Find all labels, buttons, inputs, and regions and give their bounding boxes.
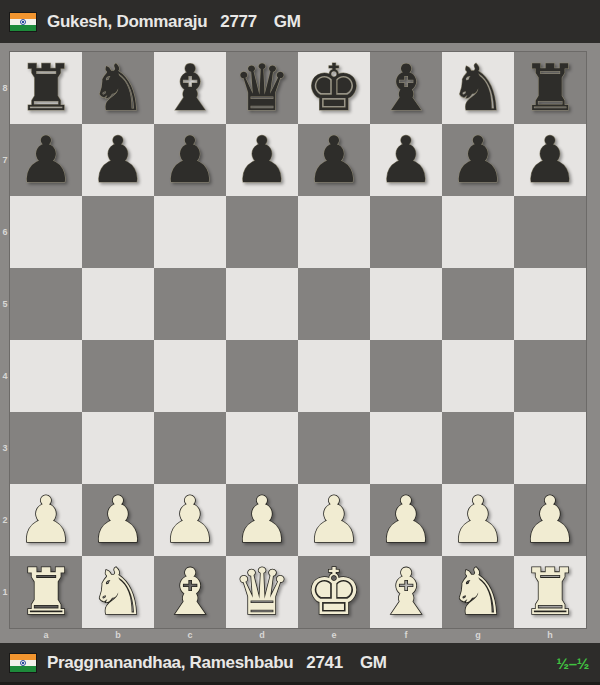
square-g8[interactable]: ♞ bbox=[442, 52, 514, 124]
square-h5[interactable] bbox=[514, 268, 586, 340]
square-c4[interactable] bbox=[154, 340, 226, 412]
square-h2[interactable]: ♟ bbox=[514, 484, 586, 556]
square-h8[interactable]: ♜ bbox=[514, 52, 586, 124]
white-pawn[interactable]: ♟ bbox=[161, 484, 218, 556]
square-e4[interactable] bbox=[298, 340, 370, 412]
chess-board: ♜♞♝♛♚♝♞♜♟♟♟♟♟♟♟♟♟♟♟♟♟♟♟♟♜♞♝♛♚♝♞♜ bbox=[10, 52, 586, 628]
chakra-icon bbox=[20, 660, 26, 666]
chakra-icon bbox=[20, 19, 26, 25]
square-e3[interactable] bbox=[298, 412, 370, 484]
bottom-player-title: GM bbox=[360, 653, 387, 673]
square-c7[interactable]: ♟ bbox=[154, 124, 226, 196]
square-c2[interactable]: ♟ bbox=[154, 484, 226, 556]
black-rook[interactable]: ♜ bbox=[521, 52, 578, 124]
black-king[interactable]: ♚ bbox=[305, 52, 362, 124]
file-label-c: c bbox=[154, 628, 226, 643]
square-g3[interactable] bbox=[442, 412, 514, 484]
top-player-rating: 2777 bbox=[220, 12, 257, 32]
square-e5[interactable] bbox=[298, 268, 370, 340]
square-f5[interactable] bbox=[370, 268, 442, 340]
black-pawn[interactable]: ♟ bbox=[521, 124, 578, 196]
top-player-name: Gukesh, Dommaraju bbox=[47, 12, 207, 32]
square-a8[interactable]: ♜ bbox=[10, 52, 82, 124]
game-result: ½–½ bbox=[557, 654, 589, 671]
square-h4[interactable] bbox=[514, 340, 586, 412]
square-f3[interactable] bbox=[370, 412, 442, 484]
white-rook[interactable]: ♜ bbox=[17, 556, 74, 628]
white-knight[interactable]: ♞ bbox=[89, 556, 146, 628]
square-h6[interactable] bbox=[514, 196, 586, 268]
square-e2[interactable]: ♟ bbox=[298, 484, 370, 556]
black-pawn[interactable]: ♟ bbox=[89, 124, 146, 196]
india-flag-icon bbox=[10, 654, 36, 672]
rank-label-1: 1 bbox=[0, 556, 10, 628]
square-c3[interactable] bbox=[154, 412, 226, 484]
rank-label-7: 7 bbox=[0, 124, 10, 196]
rank-label-5: 5 bbox=[0, 268, 10, 340]
white-king[interactable]: ♚ bbox=[305, 556, 362, 628]
square-g4[interactable] bbox=[442, 340, 514, 412]
square-d7[interactable]: ♟ bbox=[226, 124, 298, 196]
white-bishop[interactable]: ♝ bbox=[377, 556, 434, 628]
white-queen[interactable]: ♛ bbox=[233, 556, 290, 628]
square-a1[interactable]: ♜ bbox=[10, 556, 82, 628]
square-h3[interactable] bbox=[514, 412, 586, 484]
black-pawn[interactable]: ♟ bbox=[305, 124, 362, 196]
bottom-player-rating: 2741 bbox=[306, 653, 343, 673]
square-d4[interactable] bbox=[226, 340, 298, 412]
black-knight[interactable]: ♞ bbox=[89, 52, 146, 124]
rank-label-3: 3 bbox=[0, 412, 10, 484]
square-f1[interactable]: ♝ bbox=[370, 556, 442, 628]
square-g6[interactable] bbox=[442, 196, 514, 268]
white-pawn[interactable]: ♟ bbox=[17, 484, 74, 556]
top-player-title: GM bbox=[274, 12, 301, 32]
board-area: 87654321 ♜♞♝♛♚♝♞♜♟♟♟♟♟♟♟♟♟♟♟♟♟♟♟♟♜♞♝♛♚♝♞… bbox=[0, 43, 600, 643]
file-label-g: g bbox=[442, 628, 514, 643]
black-pawn[interactable]: ♟ bbox=[449, 124, 506, 196]
square-g1[interactable]: ♞ bbox=[442, 556, 514, 628]
square-b8[interactable]: ♞ bbox=[82, 52, 154, 124]
square-c6[interactable] bbox=[154, 196, 226, 268]
white-bishop[interactable]: ♝ bbox=[161, 556, 218, 628]
file-label-e: e bbox=[298, 628, 370, 643]
rank-label-8: 8 bbox=[0, 52, 10, 124]
square-g7[interactable]: ♟ bbox=[442, 124, 514, 196]
black-queen[interactable]: ♛ bbox=[233, 52, 290, 124]
square-h7[interactable]: ♟ bbox=[514, 124, 586, 196]
square-e6[interactable] bbox=[298, 196, 370, 268]
square-d5[interactable] bbox=[226, 268, 298, 340]
black-pawn[interactable]: ♟ bbox=[17, 124, 74, 196]
square-g5[interactable] bbox=[442, 268, 514, 340]
black-bishop[interactable]: ♝ bbox=[377, 52, 434, 124]
rank-label-6: 6 bbox=[0, 196, 10, 268]
square-a4[interactable] bbox=[10, 340, 82, 412]
square-b2[interactable]: ♟ bbox=[82, 484, 154, 556]
square-a3[interactable] bbox=[10, 412, 82, 484]
black-pawn[interactable]: ♟ bbox=[233, 124, 290, 196]
square-c5[interactable] bbox=[154, 268, 226, 340]
square-b5[interactable] bbox=[82, 268, 154, 340]
square-f7[interactable]: ♟ bbox=[370, 124, 442, 196]
square-c8[interactable]: ♝ bbox=[154, 52, 226, 124]
white-pawn[interactable]: ♟ bbox=[89, 484, 146, 556]
square-d3[interactable] bbox=[226, 412, 298, 484]
player-bar-bottom: Praggnanandhaa, Rameshbabu 2741 GM ½–½ bbox=[0, 643, 600, 685]
rank-label-2: 2 bbox=[0, 484, 10, 556]
square-f4[interactable] bbox=[370, 340, 442, 412]
square-h1[interactable]: ♜ bbox=[514, 556, 586, 628]
square-a6[interactable] bbox=[10, 196, 82, 268]
rank-label-4: 4 bbox=[0, 340, 10, 412]
file-label-f: f bbox=[370, 628, 442, 643]
square-d6[interactable] bbox=[226, 196, 298, 268]
file-label-b: b bbox=[82, 628, 154, 643]
square-f8[interactable]: ♝ bbox=[370, 52, 442, 124]
square-a7[interactable]: ♟ bbox=[10, 124, 82, 196]
square-f2[interactable]: ♟ bbox=[370, 484, 442, 556]
india-flag-icon bbox=[10, 13, 36, 31]
square-g2[interactable]: ♟ bbox=[442, 484, 514, 556]
square-b1[interactable]: ♞ bbox=[82, 556, 154, 628]
square-d2[interactable]: ♟ bbox=[226, 484, 298, 556]
square-d8[interactable]: ♛ bbox=[226, 52, 298, 124]
square-d1[interactable]: ♛ bbox=[226, 556, 298, 628]
player-bar-top: Gukesh, Dommaraju 2777 GM bbox=[0, 0, 600, 43]
black-pawn[interactable]: ♟ bbox=[161, 124, 218, 196]
chess-game-viewer: Gukesh, Dommaraju 2777 GM 87654321 ♜♞♝♛♚… bbox=[0, 0, 600, 685]
file-label-a: a bbox=[10, 628, 82, 643]
square-e8[interactable]: ♚ bbox=[298, 52, 370, 124]
square-c1[interactable]: ♝ bbox=[154, 556, 226, 628]
white-pawn[interactable]: ♟ bbox=[377, 484, 434, 556]
bottom-player-name: Praggnanandhaa, Rameshbabu bbox=[47, 653, 293, 673]
square-b6[interactable] bbox=[82, 196, 154, 268]
square-f6[interactable] bbox=[370, 196, 442, 268]
file-label-h: h bbox=[514, 628, 586, 643]
white-pawn[interactable]: ♟ bbox=[521, 484, 578, 556]
white-pawn[interactable]: ♟ bbox=[233, 484, 290, 556]
black-knight[interactable]: ♞ bbox=[449, 52, 506, 124]
square-b4[interactable] bbox=[82, 340, 154, 412]
black-bishop[interactable]: ♝ bbox=[161, 52, 218, 124]
square-e1[interactable]: ♚ bbox=[298, 556, 370, 628]
square-e7[interactable]: ♟ bbox=[298, 124, 370, 196]
white-pawn[interactable]: ♟ bbox=[449, 484, 506, 556]
file-labels: abcdefgh bbox=[10, 628, 586, 643]
white-pawn[interactable]: ♟ bbox=[305, 484, 362, 556]
file-label-d: d bbox=[226, 628, 298, 643]
black-rook[interactable]: ♜ bbox=[17, 52, 74, 124]
black-pawn[interactable]: ♟ bbox=[377, 124, 434, 196]
square-b3[interactable] bbox=[82, 412, 154, 484]
square-b7[interactable]: ♟ bbox=[82, 124, 154, 196]
white-rook[interactable]: ♜ bbox=[521, 556, 578, 628]
square-a2[interactable]: ♟ bbox=[10, 484, 82, 556]
square-a5[interactable] bbox=[10, 268, 82, 340]
rank-labels: 87654321 bbox=[0, 52, 10, 628]
white-knight[interactable]: ♞ bbox=[449, 556, 506, 628]
